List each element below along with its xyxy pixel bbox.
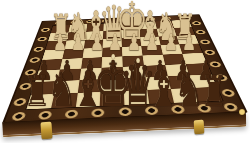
piece-light-pawn: ♟ (108, 31, 122, 54)
piece-light-pawn: ♟ (127, 31, 141, 54)
light-finial-tip (111, 54, 115, 59)
piece-dark-bishop: ♝ (72, 65, 103, 114)
piece-dark-pawn: ♟ (35, 57, 52, 84)
piece-light-bishop: ♝ (137, 6, 162, 46)
piece-light-pawn: ♟ (52, 31, 66, 54)
piece-light-bishop: ♝ (84, 6, 109, 46)
pieces-layer: ♜♞♝♛♚♝♞♜♟♟♟♟♟♟♟♟♟♟♟♟♟♟♟♟♜♞♝♚♛♝♞♜ (0, 0, 250, 143)
piece-light-pawn: ♟ (71, 31, 85, 54)
piece-light-pawn: ♟ (182, 31, 196, 54)
chess-set-photo: ♜♞♝♛♚♝♞♜♟♟♟♟♟♟♟♟♟♟♟♟♟♟♟♟♜♞♝♚♛♝♞♜ (0, 0, 250, 143)
piece-light-rook: ♜ (174, 10, 196, 45)
piece-light-pawn: ♟ (90, 31, 104, 54)
piece-light-pawn: ♟ (145, 31, 159, 54)
piece-dark-knight: ♞ (174, 67, 203, 114)
piece-dark-queen: ♛ (120, 57, 157, 116)
piece-dark-pawn: ♟ (128, 57, 145, 84)
light-finial-tip (136, 58, 140, 63)
piece-dark-knight: ♞ (48, 67, 77, 114)
piece-light-king: ♚ (116, 0, 148, 48)
piece-dark-pawn: ♟ (151, 57, 168, 84)
piece-light-pawn: ♟ (164, 31, 178, 54)
piece-dark-rook: ♜ (24, 71, 51, 114)
piece-dark-pawn: ♟ (58, 57, 75, 84)
piece-light-queen: ♛ (99, 0, 129, 47)
piece-light-knight: ♞ (67, 8, 91, 46)
piece-light-rook: ♜ (50, 10, 72, 45)
piece-dark-pawn: ♟ (105, 57, 122, 84)
piece-dark-king: ♚ (93, 53, 133, 116)
piece-dark-rook: ♜ (201, 71, 228, 114)
piece-dark-pawn: ♟ (174, 57, 191, 84)
piece-light-knight: ♞ (155, 8, 179, 46)
piece-dark-pawn: ♟ (197, 57, 214, 84)
piece-dark-pawn: ♟ (82, 57, 99, 84)
piece-dark-bishop: ♝ (148, 65, 179, 114)
